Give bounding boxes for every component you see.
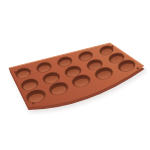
vent-hole xyxy=(32,102,34,104)
product-photo-silicone-mould xyxy=(0,0,150,150)
scene-svg xyxy=(0,0,150,150)
vent-hole xyxy=(137,67,139,69)
vent-hole xyxy=(111,46,113,48)
vent-hole xyxy=(14,71,16,73)
